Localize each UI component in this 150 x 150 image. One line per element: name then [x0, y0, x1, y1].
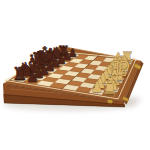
- brass-hinge-front: [107, 100, 112, 104]
- piece-white-rook: ♜: [102, 78, 118, 98]
- chess-board-scene: ♜♟♟♜♞♟♟♞♝♟♟♝♚♟♟♚♛♟♟♛♝♟♟♝♞♟♟♞♜♟♟♜: [0, 0, 150, 150]
- chess-set-product-photo: ♜♟♟♜♞♟♟♞♝♟♟♝♚♟♟♚♛♟♟♛♝♟♟♝♞♟♟♞♜♟♟♜: [0, 0, 150, 150]
- piece-black-pawn: ♟: [26, 69, 39, 85]
